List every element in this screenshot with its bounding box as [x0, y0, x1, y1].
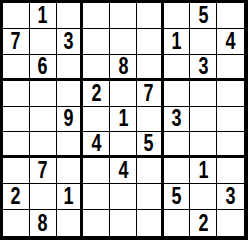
- sudoku-page: 1573146832791345741215382: [0, 0, 249, 241]
- cell-r1c3[interactable]: [57, 3, 84, 29]
- cell-r9c6[interactable]: [137, 210, 164, 236]
- cell-r3c6[interactable]: [137, 55, 164, 81]
- cell-r8c4[interactable]: [83, 184, 110, 210]
- cell-r6c3[interactable]: [57, 132, 84, 158]
- cell-r5c1[interactable]: [3, 107, 30, 133]
- cell-r5c4[interactable]: [83, 107, 110, 133]
- cell-r4c7[interactable]: [164, 81, 191, 107]
- cell-r1c9[interactable]: [217, 3, 244, 29]
- given-digit: 5: [144, 132, 154, 155]
- cell-r7c4[interactable]: [83, 158, 110, 184]
- cell-r9c4[interactable]: [83, 210, 110, 236]
- given-digit: 4: [118, 159, 128, 182]
- given-digit: 9: [63, 107, 73, 130]
- cell-r7c9[interactable]: [217, 158, 244, 184]
- sudoku-board: 1573146832791345741215382: [0, 0, 248, 240]
- cell-r4c8[interactable]: [190, 81, 217, 107]
- cell-r7c8[interactable]: 1: [190, 158, 217, 184]
- given-digit: 3: [198, 55, 208, 78]
- cell-r4c9[interactable]: [217, 81, 244, 107]
- given-digit: 7: [38, 159, 48, 182]
- given-digit: 4: [226, 30, 236, 53]
- cell-r5c7[interactable]: 3: [164, 107, 191, 133]
- given-digit: 2: [198, 212, 208, 235]
- given-digit: 3: [226, 185, 236, 208]
- cell-r2c9[interactable]: 4: [217, 29, 244, 55]
- cell-r9c2[interactable]: 8: [30, 210, 57, 236]
- given-digit: 1: [38, 4, 48, 27]
- cell-r7c3[interactable]: [57, 158, 84, 184]
- cell-r8c3[interactable]: 1: [57, 184, 84, 210]
- cell-r4c2[interactable]: [30, 81, 57, 107]
- cell-r9c7[interactable]: [164, 210, 191, 236]
- cell-r4c1[interactable]: [3, 81, 30, 107]
- cell-r2c7[interactable]: 1: [164, 29, 191, 55]
- cell-r9c5[interactable]: [110, 210, 137, 236]
- cell-r8c6[interactable]: [137, 184, 164, 210]
- given-digit: 6: [38, 55, 48, 78]
- cell-r4c4[interactable]: 2: [83, 81, 110, 107]
- cell-r9c3[interactable]: [57, 210, 84, 236]
- cell-r5c8[interactable]: [190, 107, 217, 133]
- cell-r7c2[interactable]: 7: [30, 158, 57, 184]
- cell-r3c1[interactable]: [3, 55, 30, 81]
- cell-r2c4[interactable]: [83, 29, 110, 55]
- cell-r8c1[interactable]: 2: [3, 184, 30, 210]
- cell-r2c6[interactable]: [137, 29, 164, 55]
- cell-r9c9[interactable]: [217, 210, 244, 236]
- cell-r7c7[interactable]: [164, 158, 191, 184]
- cell-r3c7[interactable]: [164, 55, 191, 81]
- cell-r6c8[interactable]: [190, 132, 217, 158]
- cell-r1c5[interactable]: [110, 3, 137, 29]
- cell-r6c5[interactable]: [110, 132, 137, 158]
- cell-r1c1[interactable]: [3, 3, 30, 29]
- cell-r1c4[interactable]: [83, 3, 110, 29]
- cell-r8c9[interactable]: 3: [217, 184, 244, 210]
- cell-r5c6[interactable]: [137, 107, 164, 133]
- cell-r8c2[interactable]: [30, 184, 57, 210]
- cell-r5c9[interactable]: [217, 107, 244, 133]
- given-digit: 3: [172, 107, 182, 130]
- given-digit: 1: [198, 159, 208, 182]
- given-digit: 8: [118, 55, 128, 78]
- cell-r3c8[interactable]: 3: [190, 55, 217, 81]
- cell-r6c7[interactable]: [164, 132, 191, 158]
- given-digit: 8: [38, 212, 48, 235]
- cell-r8c7[interactable]: 5: [164, 184, 191, 210]
- given-digit: 1: [118, 107, 128, 130]
- cell-r5c3[interactable]: 9: [57, 107, 84, 133]
- cell-r2c5[interactable]: [110, 29, 137, 55]
- cell-r2c2[interactable]: [30, 29, 57, 55]
- given-digit: 7: [144, 82, 154, 105]
- cell-r3c4[interactable]: [83, 55, 110, 81]
- cell-r1c6[interactable]: [137, 3, 164, 29]
- given-digit: 7: [11, 30, 21, 53]
- cell-r2c1[interactable]: 7: [3, 29, 30, 55]
- given-digit: 1: [172, 30, 182, 53]
- cell-r4c6[interactable]: 7: [137, 81, 164, 107]
- cell-r4c5[interactable]: [110, 81, 137, 107]
- given-digit: 5: [198, 4, 208, 27]
- cell-r9c1[interactable]: [3, 210, 30, 236]
- given-digit: 2: [91, 82, 101, 105]
- cell-r6c1[interactable]: [3, 132, 30, 158]
- cell-r3c2[interactable]: 6: [30, 55, 57, 81]
- cell-r4c3[interactable]: [57, 81, 84, 107]
- cell-r6c4[interactable]: 4: [83, 132, 110, 158]
- cell-r6c6[interactable]: 5: [137, 132, 164, 158]
- cell-r1c2[interactable]: 1: [30, 3, 57, 29]
- cell-r6c9[interactable]: [217, 132, 244, 158]
- cell-r3c9[interactable]: [217, 55, 244, 81]
- given-digit: 2: [11, 185, 21, 208]
- cell-r7c6[interactable]: [137, 158, 164, 184]
- given-digit: 3: [63, 30, 73, 53]
- cell-r1c8[interactable]: 5: [190, 3, 217, 29]
- cell-r8c8[interactable]: [190, 184, 217, 210]
- cell-r6c2[interactable]: [30, 132, 57, 158]
- cell-r3c5[interactable]: 8: [110, 55, 137, 81]
- cell-r2c8[interactable]: [190, 29, 217, 55]
- cell-r5c2[interactable]: [30, 107, 57, 133]
- cell-r2c3[interactable]: 3: [57, 29, 84, 55]
- cell-r7c1[interactable]: [3, 158, 30, 184]
- cell-r3c3[interactable]: [57, 55, 84, 81]
- cell-r7c5[interactable]: 4: [110, 158, 137, 184]
- cell-r1c7[interactable]: [164, 3, 191, 29]
- given-digit: 5: [172, 185, 182, 208]
- cell-r5c5[interactable]: 1: [110, 107, 137, 133]
- cell-r8c5[interactable]: [110, 184, 137, 210]
- given-digit: 1: [63, 185, 73, 208]
- cell-r9c8[interactable]: 2: [190, 210, 217, 236]
- given-digit: 4: [91, 132, 101, 155]
